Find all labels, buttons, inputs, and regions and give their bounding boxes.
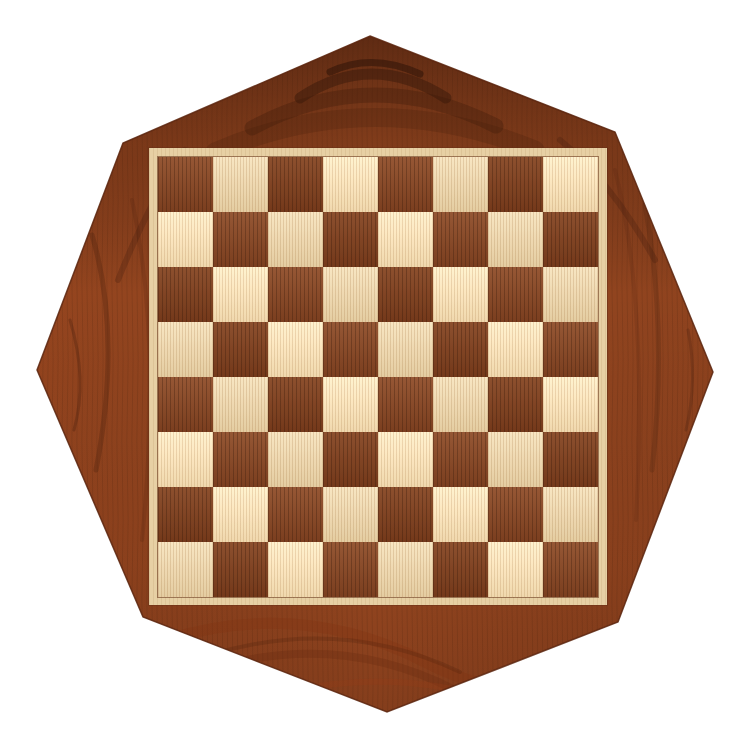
square-r7c6[interactable] bbox=[433, 487, 488, 542]
square-r8c6[interactable] bbox=[433, 542, 488, 597]
square-r6c6[interactable] bbox=[433, 432, 488, 487]
square-r8c8[interactable] bbox=[543, 542, 598, 597]
square-r1c3[interactable] bbox=[268, 157, 323, 212]
square-r2c6[interactable] bbox=[433, 212, 488, 267]
square-r7c1[interactable] bbox=[158, 487, 213, 542]
square-r3c2[interactable] bbox=[213, 267, 268, 322]
board-frame-inlay bbox=[149, 148, 607, 605]
octagonal-chessboard-photo bbox=[0, 0, 750, 750]
square-r8c2[interactable] bbox=[213, 542, 268, 597]
square-r7c8[interactable] bbox=[543, 487, 598, 542]
square-r7c5[interactable] bbox=[378, 487, 433, 542]
square-r4c2[interactable] bbox=[213, 322, 268, 377]
square-r3c7[interactable] bbox=[488, 267, 543, 322]
square-r7c4[interactable] bbox=[323, 487, 378, 542]
chess-board bbox=[158, 157, 598, 597]
square-r5c1[interactable] bbox=[158, 377, 213, 432]
square-r4c7[interactable] bbox=[488, 322, 543, 377]
square-r1c5[interactable] bbox=[378, 157, 433, 212]
square-r5c6[interactable] bbox=[433, 377, 488, 432]
square-r5c2[interactable] bbox=[213, 377, 268, 432]
square-r5c4[interactable] bbox=[323, 377, 378, 432]
square-r5c8[interactable] bbox=[543, 377, 598, 432]
square-r4c8[interactable] bbox=[543, 322, 598, 377]
square-r6c1[interactable] bbox=[158, 432, 213, 487]
square-r2c3[interactable] bbox=[268, 212, 323, 267]
square-r3c4[interactable] bbox=[323, 267, 378, 322]
square-r7c2[interactable] bbox=[213, 487, 268, 542]
square-r8c7[interactable] bbox=[488, 542, 543, 597]
square-r5c5[interactable] bbox=[378, 377, 433, 432]
square-r4c4[interactable] bbox=[323, 322, 378, 377]
square-r2c7[interactable] bbox=[488, 212, 543, 267]
square-r6c7[interactable] bbox=[488, 432, 543, 487]
square-r7c3[interactable] bbox=[268, 487, 323, 542]
square-r4c6[interactable] bbox=[433, 322, 488, 377]
square-r3c5[interactable] bbox=[378, 267, 433, 322]
square-r2c2[interactable] bbox=[213, 212, 268, 267]
square-r2c8[interactable] bbox=[543, 212, 598, 267]
square-r2c1[interactable] bbox=[158, 212, 213, 267]
square-r1c7[interactable] bbox=[488, 157, 543, 212]
square-r6c5[interactable] bbox=[378, 432, 433, 487]
square-r3c3[interactable] bbox=[268, 267, 323, 322]
square-r4c5[interactable] bbox=[378, 322, 433, 377]
square-r6c3[interactable] bbox=[268, 432, 323, 487]
square-r5c3[interactable] bbox=[268, 377, 323, 432]
square-r3c1[interactable] bbox=[158, 267, 213, 322]
square-r4c3[interactable] bbox=[268, 322, 323, 377]
square-r1c1[interactable] bbox=[158, 157, 213, 212]
square-r6c4[interactable] bbox=[323, 432, 378, 487]
square-r3c8[interactable] bbox=[543, 267, 598, 322]
square-r8c4[interactable] bbox=[323, 542, 378, 597]
square-r8c1[interactable] bbox=[158, 542, 213, 597]
square-r7c7[interactable] bbox=[488, 487, 543, 542]
square-r2c5[interactable] bbox=[378, 212, 433, 267]
square-r3c6[interactable] bbox=[433, 267, 488, 322]
square-r8c5[interactable] bbox=[378, 542, 433, 597]
square-r1c4[interactable] bbox=[323, 157, 378, 212]
square-r4c1[interactable] bbox=[158, 322, 213, 377]
square-r2c4[interactable] bbox=[323, 212, 378, 267]
square-r5c7[interactable] bbox=[488, 377, 543, 432]
square-r1c8[interactable] bbox=[543, 157, 598, 212]
square-r1c6[interactable] bbox=[433, 157, 488, 212]
square-r6c8[interactable] bbox=[543, 432, 598, 487]
square-r1c2[interactable] bbox=[213, 157, 268, 212]
square-r6c2[interactable] bbox=[213, 432, 268, 487]
square-r8c3[interactable] bbox=[268, 542, 323, 597]
